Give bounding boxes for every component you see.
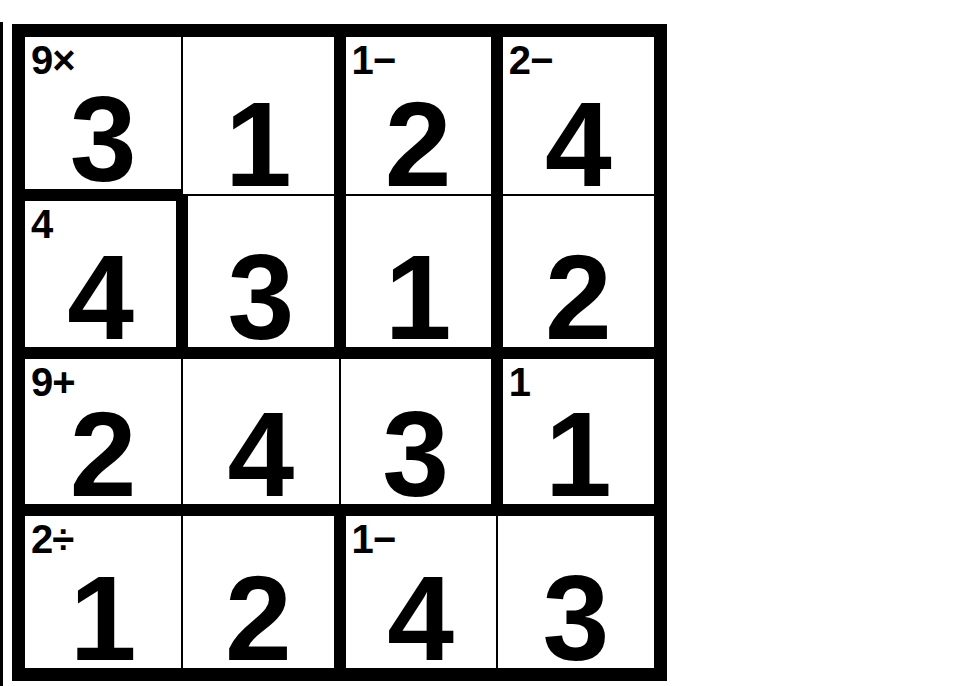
cell-value: 3: [25, 79, 181, 199]
cell-r3c2[interactable]: 4: [182, 353, 339, 511]
cell-value: 3: [498, 558, 654, 678]
cell-r4c2[interactable]: 2: [182, 510, 339, 668]
kenken-board: 9× 3 1 1− 2 2− 4 4 4 3 1 2: [12, 24, 667, 681]
cell-r4c3[interactable]: 1− 4: [340, 510, 497, 668]
cell-value: 4: [25, 237, 176, 357]
kenken-page: 9× 3 1 1− 2 2− 4 4 4 3 1 2: [0, 0, 960, 686]
cell-value: 4: [503, 84, 654, 204]
cell-value: 2: [25, 394, 181, 514]
cell-r2c3[interactable]: 1: [340, 195, 497, 353]
cell-value: 3: [341, 394, 491, 514]
cell-r1c4[interactable]: 2− 4: [497, 37, 654, 195]
cell-r1c1[interactable]: 9× 3: [25, 37, 182, 195]
cell-value: 4: [346, 558, 496, 678]
cell-r3c1[interactable]: 9+ 2: [25, 353, 182, 511]
cage-clue: 2÷: [31, 519, 73, 559]
cell-value: 2: [503, 237, 654, 357]
cell-r3c3[interactable]: 3: [340, 353, 497, 511]
cell-value: 1: [25, 558, 181, 678]
cell-r4c1[interactable]: 2÷ 1: [25, 510, 182, 668]
cell-value: 1: [183, 84, 333, 204]
cell-value: 2: [346, 84, 491, 204]
cell-r4c4[interactable]: 3: [497, 510, 654, 668]
cell-r3c4[interactable]: 1 1: [497, 353, 654, 511]
cell-r2c4[interactable]: 2: [497, 195, 654, 353]
left-edge-crop-line: [0, 22, 3, 686]
cage-clue: 9×: [31, 40, 75, 80]
cell-value: 3: [188, 237, 333, 357]
cell-value: 1: [346, 237, 491, 357]
cell-r2c1[interactable]: 4 4: [25, 195, 182, 353]
cell-r1c3[interactable]: 1− 2: [340, 37, 497, 195]
cell-r1c2[interactable]: 1: [182, 37, 339, 195]
cell-value: 4: [183, 394, 338, 514]
cage-clue: 1−: [352, 40, 396, 80]
cage-clue: 2−: [509, 40, 553, 80]
cell-value: 1: [503, 394, 654, 514]
cell-r2c2[interactable]: 3: [182, 195, 339, 353]
cell-value: 2: [183, 558, 333, 678]
